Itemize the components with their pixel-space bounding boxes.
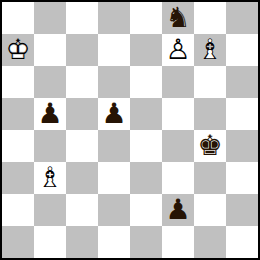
square-h5[interactable]: [226, 98, 258, 130]
square-h7[interactable]: [226, 34, 258, 66]
square-e7[interactable]: [130, 34, 162, 66]
square-b5[interactable]: ♟: [34, 98, 66, 130]
square-f3[interactable]: [162, 162, 194, 194]
square-g4[interactable]: ♚: [194, 130, 226, 162]
square-c1[interactable]: [66, 226, 98, 258]
square-c8[interactable]: [66, 2, 98, 34]
square-f4[interactable]: [162, 130, 194, 162]
square-c4[interactable]: [66, 130, 98, 162]
square-a1[interactable]: [2, 226, 34, 258]
square-f5[interactable]: [162, 98, 194, 130]
square-d3[interactable]: [98, 162, 130, 194]
square-d1[interactable]: [98, 226, 130, 258]
square-g3[interactable]: [194, 162, 226, 194]
square-g8[interactable]: [194, 2, 226, 34]
piece-black-king[interactable]: ♚: [194, 130, 226, 162]
square-f2[interactable]: ♟: [162, 194, 194, 226]
square-g6[interactable]: [194, 66, 226, 98]
square-a2[interactable]: [2, 194, 34, 226]
white-piece-outline-layer: ♙: [165, 36, 190, 64]
square-f8[interactable]: ♞: [162, 2, 194, 34]
square-e2[interactable]: [130, 194, 162, 226]
square-h2[interactable]: [226, 194, 258, 226]
square-c5[interactable]: [66, 98, 98, 130]
square-h6[interactable]: [226, 66, 258, 98]
piece-black-pawn[interactable]: ♟: [34, 98, 66, 130]
white-piece-outline-layer: ♔: [5, 36, 30, 64]
square-b2[interactable]: [34, 194, 66, 226]
square-c7[interactable]: [66, 34, 98, 66]
square-a8[interactable]: [2, 2, 34, 34]
square-a4[interactable]: [2, 130, 34, 162]
square-f6[interactable]: [162, 66, 194, 98]
square-h3[interactable]: [226, 162, 258, 194]
square-g2[interactable]: [194, 194, 226, 226]
square-d7[interactable]: [98, 34, 130, 66]
square-h8[interactable]: [226, 2, 258, 34]
square-e5[interactable]: [130, 98, 162, 130]
square-d2[interactable]: [98, 194, 130, 226]
square-c2[interactable]: [66, 194, 98, 226]
white-piece-outline-layer: ♗: [37, 164, 62, 192]
piece-white-king[interactable]: ♚♔: [2, 34, 34, 66]
square-c6[interactable]: [66, 66, 98, 98]
square-e4[interactable]: [130, 130, 162, 162]
square-c3[interactable]: [66, 162, 98, 194]
white-piece-outline-layer: ♗: [197, 36, 222, 64]
square-h1[interactable]: [226, 226, 258, 258]
square-b6[interactable]: [34, 66, 66, 98]
square-b3[interactable]: ♝♗: [34, 162, 66, 194]
square-b7[interactable]: [34, 34, 66, 66]
square-h4[interactable]: [226, 130, 258, 162]
square-a6[interactable]: [2, 66, 34, 98]
square-d5[interactable]: ♟: [98, 98, 130, 130]
square-a7[interactable]: ♚♔: [2, 34, 34, 66]
square-g1[interactable]: [194, 226, 226, 258]
square-e8[interactable]: [130, 2, 162, 34]
square-e3[interactable]: [130, 162, 162, 194]
square-e1[interactable]: [130, 226, 162, 258]
square-a5[interactable]: [2, 98, 34, 130]
piece-white-pawn[interactable]: ♟♙: [162, 34, 194, 66]
piece-white-bishop[interactable]: ♝♗: [34, 162, 66, 194]
square-b4[interactable]: [34, 130, 66, 162]
piece-black-pawn[interactable]: ♟: [98, 98, 130, 130]
piece-black-pawn[interactable]: ♟: [162, 194, 194, 226]
piece-white-bishop[interactable]: ♝♗: [194, 34, 226, 66]
square-d8[interactable]: [98, 2, 130, 34]
square-g7[interactable]: ♝♗: [194, 34, 226, 66]
square-a3[interactable]: [2, 162, 34, 194]
square-g5[interactable]: [194, 98, 226, 130]
square-d4[interactable]: [98, 130, 130, 162]
piece-black-knight[interactable]: ♞: [162, 2, 194, 34]
square-b8[interactable]: [34, 2, 66, 34]
square-f1[interactable]: [162, 226, 194, 258]
chess-board: ♞♚♔♟♙♝♗♟♟♚♝♗♟: [0, 0, 260, 260]
square-e6[interactable]: [130, 66, 162, 98]
square-d6[interactable]: [98, 66, 130, 98]
square-b1[interactable]: [34, 226, 66, 258]
square-f7[interactable]: ♟♙: [162, 34, 194, 66]
